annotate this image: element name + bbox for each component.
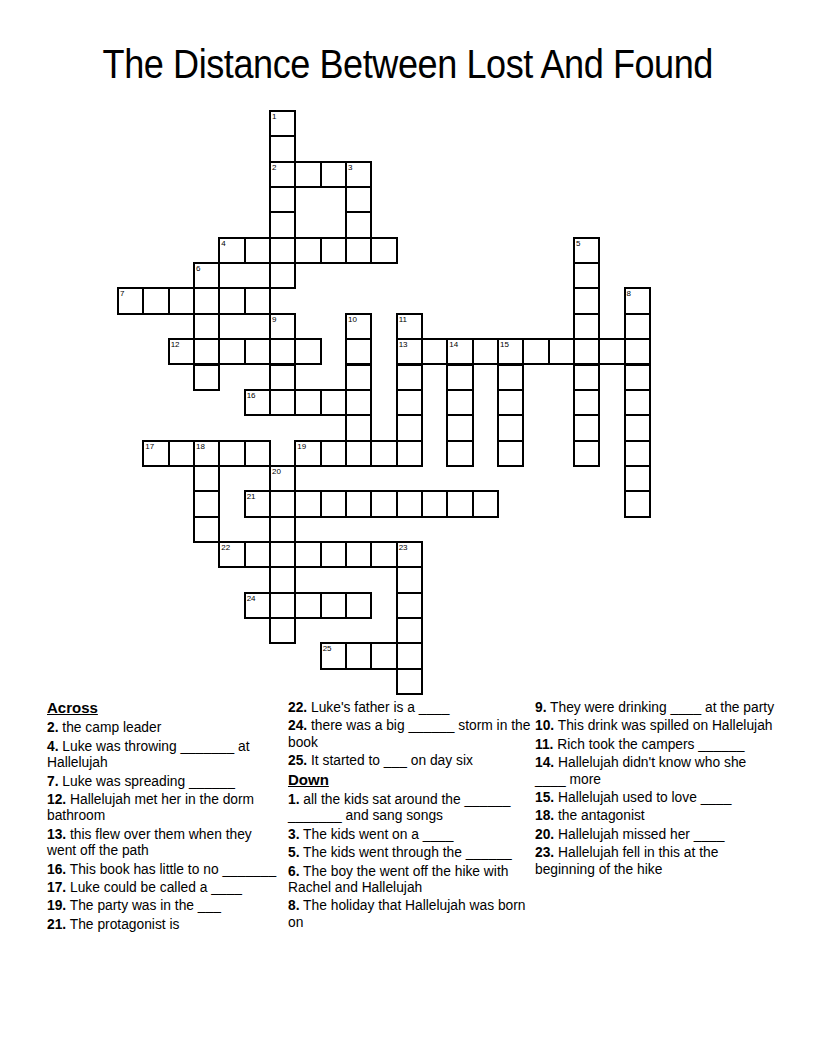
cell-number: 23 — [399, 543, 408, 552]
clue-number: 14. — [535, 755, 554, 770]
grid-cell[interactable] — [370, 490, 397, 517]
grid-cell[interactable] — [294, 338, 321, 365]
grid-cell[interactable] — [269, 566, 296, 593]
grid-cell[interactable]: 10 — [345, 313, 372, 340]
grid-cell[interactable] — [396, 566, 423, 593]
clue-number: 6. — [288, 864, 300, 879]
cell-number: 15 — [500, 340, 509, 349]
grid-cell[interactable] — [218, 338, 245, 365]
grid-cell[interactable] — [244, 237, 271, 264]
grid-cell[interactable] — [598, 338, 625, 365]
clue-item: 25. It started to ___ on day six — [288, 753, 535, 769]
grid-cell[interactable] — [294, 541, 321, 568]
grid-cell[interactable]: 13 — [396, 338, 423, 365]
grid-cell[interactable] — [320, 490, 347, 517]
grid-cell[interactable] — [269, 617, 296, 644]
cell-number: 4 — [221, 239, 225, 248]
clue-number: 15. — [535, 790, 554, 805]
clue-item: 5. The kids went through the ______ — [288, 845, 535, 861]
grid-cell[interactable] — [345, 364, 372, 391]
clue-item: 2. the camp leader — [47, 720, 284, 736]
grid-cell[interactable] — [244, 287, 271, 314]
grid-cell[interactable] — [497, 414, 524, 441]
clue-item: 20. Hallelujah missed her ____ — [535, 827, 778, 843]
grid-cell[interactable] — [472, 338, 499, 365]
clue-item: 7. Luke was spreading ______ — [47, 774, 284, 790]
grid-cell[interactable] — [193, 490, 220, 517]
clue-item: 14. Hallelujah didn't know who she ____ … — [535, 755, 778, 788]
grid-cell[interactable] — [269, 389, 296, 416]
clue-item: 24. there was a big ______ storm in the … — [288, 718, 535, 751]
clue-item: 8. The holiday that Hallelujah was born … — [288, 898, 535, 931]
grid-cell[interactable] — [269, 516, 296, 543]
grid-cell[interactable] — [294, 237, 321, 264]
clue-list-header-down: Down — [288, 772, 535, 788]
grid-cell[interactable] — [446, 440, 473, 467]
cell-number: 14 — [449, 340, 458, 349]
grid-cell[interactable]: 2 — [269, 161, 296, 188]
grid-cell[interactable] — [320, 541, 347, 568]
grid-cell[interactable] — [193, 516, 220, 543]
cell-number: 12 — [171, 340, 180, 349]
grid-cell[interactable]: 23 — [396, 541, 423, 568]
grid-cell[interactable] — [168, 287, 195, 314]
cell-number: 8 — [627, 289, 631, 298]
grid-cell[interactable] — [396, 668, 423, 695]
clue-number: 20. — [535, 827, 554, 842]
clue-number: 18. — [535, 808, 554, 823]
clue-item: 13. this flew over them when they went o… — [47, 827, 284, 860]
clue-number: 7. — [47, 774, 59, 789]
grid-cell[interactable] — [396, 490, 423, 517]
grid-cell[interactable]: 22 — [218, 541, 245, 568]
grid-cell[interactable] — [396, 364, 423, 391]
grid-cell[interactable] — [345, 414, 372, 441]
grid-cell[interactable] — [193, 287, 220, 314]
grid-cell[interactable] — [193, 338, 220, 365]
grid-cell[interactable] — [269, 135, 296, 162]
grid-cell[interactable]: 3 — [345, 161, 372, 188]
grid-cell[interactable]: 16 — [244, 389, 271, 416]
grid-cell[interactable] — [320, 237, 347, 264]
grid-cell[interactable]: 21 — [244, 490, 271, 517]
clue-item: 12. Hallelujah met her in the dorm bathr… — [47, 792, 284, 825]
clue-number: 5. — [288, 845, 300, 860]
grid-cell[interactable] — [573, 364, 600, 391]
grid-cell[interactable] — [446, 490, 473, 517]
clue-number: 4. — [47, 739, 59, 754]
cell-number: 21 — [247, 492, 256, 501]
grid-cell[interactable] — [624, 313, 651, 340]
grid-cell[interactable] — [624, 364, 651, 391]
cell-number: 1 — [272, 112, 276, 121]
clue-number: 1. — [288, 792, 300, 807]
clue-item: 16. This book has little to no _______ — [47, 862, 284, 878]
clue-number: 9. — [535, 700, 547, 715]
grid-cell[interactable] — [624, 440, 651, 467]
grid-cell[interactable] — [142, 287, 169, 314]
clue-item: 19. The party was in the ___ — [47, 898, 284, 914]
cell-number: 24 — [247, 594, 256, 603]
clue-number: 2. — [47, 720, 59, 735]
clue-number: 3. — [288, 827, 300, 842]
clue-item: 4. Luke was throwing _______ at Halleluj… — [47, 739, 284, 772]
grid-cell[interactable] — [573, 313, 600, 340]
grid-cell[interactable] — [421, 490, 448, 517]
grid-cell[interactable] — [548, 338, 575, 365]
grid-cell[interactable] — [396, 617, 423, 644]
clue-number: 11. — [535, 737, 553, 752]
clue-item: 21. The protagonist is — [47, 917, 284, 933]
clue-item: 10. This drink was spilled on Hallelujah — [535, 718, 778, 734]
grid-cell[interactable]: 19 — [294, 440, 321, 467]
clue-number: 12. — [47, 792, 66, 807]
grid-cell[interactable] — [573, 338, 600, 365]
grid-cell[interactable] — [345, 592, 372, 619]
grid-cell[interactable] — [446, 389, 473, 416]
grid-cell[interactable] — [294, 592, 321, 619]
clue-item: 9. They were drinking ____ at the party — [535, 700, 778, 716]
cell-number: 11 — [399, 315, 407, 324]
grid-cell[interactable] — [345, 642, 372, 669]
clue-number: 19. — [47, 898, 66, 913]
grid-cell[interactable] — [168, 440, 195, 467]
grid-cell[interactable] — [573, 262, 600, 289]
grid-cell[interactable] — [269, 490, 296, 517]
grid-cell[interactable] — [370, 440, 397, 467]
clue-item: 23. Hallelujah fell in this at the begin… — [535, 845, 778, 878]
grid-cell[interactable]: 14 — [446, 338, 473, 365]
cell-number: 16 — [247, 391, 256, 400]
grid-cell[interactable] — [497, 364, 524, 391]
clue-number: 17. — [47, 880, 66, 895]
cell-number: 13 — [399, 340, 408, 349]
grid-cell[interactable] — [193, 364, 220, 391]
page-title: The Distance Between Lost And Found — [0, 42, 816, 86]
grid-cell[interactable] — [320, 389, 347, 416]
grid-cell[interactable] — [396, 414, 423, 441]
grid-cell[interactable] — [573, 414, 600, 441]
grid-cell[interactable] — [370, 642, 397, 669]
grid-cell[interactable] — [345, 440, 372, 467]
grid-cell[interactable]: 9 — [269, 313, 296, 340]
grid-cell[interactable] — [269, 186, 296, 213]
grid-cell[interactable] — [573, 389, 600, 416]
grid-cell[interactable] — [370, 541, 397, 568]
cell-number: 6 — [196, 264, 200, 273]
grid-cell[interactable] — [320, 592, 347, 619]
grid-cell[interactable]: 15 — [497, 338, 524, 365]
grid-cell[interactable] — [294, 389, 321, 416]
grid-cell[interactable] — [421, 338, 448, 365]
grid-cell[interactable] — [269, 338, 296, 365]
grid-cell[interactable] — [320, 440, 347, 467]
grid-cell[interactable] — [244, 338, 271, 365]
grid-cell[interactable] — [396, 389, 423, 416]
grid-cell[interactable] — [269, 262, 296, 289]
grid-cell[interactable] — [218, 287, 245, 314]
grid-cell[interactable] — [522, 338, 549, 365]
grid-cell[interactable] — [294, 161, 321, 188]
cell-number: 9 — [272, 315, 276, 324]
grid-cell[interactable] — [345, 186, 372, 213]
grid-cell[interactable] — [624, 465, 651, 492]
clue-number: 10. — [535, 718, 554, 733]
clue-number: 22. — [288, 700, 307, 715]
grid-cell[interactable] — [244, 440, 271, 467]
grid-cell[interactable] — [320, 161, 347, 188]
grid-cell[interactable] — [624, 338, 651, 365]
clue-number: 16. — [47, 862, 66, 877]
grid-cell[interactable] — [472, 490, 499, 517]
cell-number: 5 — [576, 239, 580, 248]
grid-cell[interactable] — [396, 642, 423, 669]
grid-cell[interactable] — [345, 211, 372, 238]
cell-number: 3 — [348, 163, 352, 172]
grid-cell[interactable] — [396, 592, 423, 619]
clue-number: 23. — [535, 845, 554, 860]
clue-item: 22. Luke's father is a ____ — [288, 700, 535, 716]
grid-cell[interactable] — [193, 465, 220, 492]
grid-cell[interactable]: 8 — [624, 287, 651, 314]
grid-cell[interactable] — [573, 440, 600, 467]
cell-number: 19 — [297, 442, 306, 451]
clue-item: 3. The kids went on a ____ — [288, 827, 535, 843]
cell-number: 10 — [348, 315, 357, 324]
grid-cell[interactable]: 4 — [218, 237, 245, 264]
grid-cell[interactable] — [345, 389, 372, 416]
cell-number: 7 — [120, 289, 124, 298]
grid-cell[interactable] — [446, 414, 473, 441]
clue-item: 15. Hallelujah used to love ____ — [535, 790, 778, 806]
cell-number: 25 — [323, 644, 332, 653]
clue-column-middle: 22. Luke's father is a ____24. there was… — [288, 700, 535, 933]
clue-number: 8. — [288, 898, 300, 913]
grid-cell[interactable] — [244, 541, 271, 568]
clue-item: 17. Luke could be called a ____ — [47, 880, 284, 896]
grid-cell[interactable] — [497, 389, 524, 416]
clue-number: 21. — [47, 917, 66, 932]
grid-cell[interactable] — [624, 490, 651, 517]
clue-number: 13. — [47, 827, 66, 842]
cell-number: 18 — [196, 442, 205, 451]
grid-cell[interactable]: 6 — [193, 262, 220, 289]
clue-column-across: Across2. the camp leader4. Luke was thro… — [47, 700, 284, 935]
grid-cell[interactable] — [446, 364, 473, 391]
grid-cell[interactable] — [269, 211, 296, 238]
clue-number: 25. — [288, 753, 307, 768]
cell-number: 17 — [145, 442, 154, 451]
clue-list-header-across: Across — [47, 700, 284, 716]
grid-cell[interactable] — [624, 414, 651, 441]
grid-cell[interactable] — [269, 592, 296, 619]
grid-cell[interactable]: 11 — [396, 313, 423, 340]
grid-cell[interactable]: 25 — [320, 642, 347, 669]
grid-cell[interactable] — [294, 490, 321, 517]
grid-cell[interactable] — [193, 313, 220, 340]
grid-cell[interactable]: 1 — [269, 110, 296, 137]
clue-item: 11. Rich took the campers ______ — [535, 737, 778, 753]
grid-cell[interactable] — [497, 440, 524, 467]
cell-number: 20 — [272, 467, 281, 476]
clue-item: 1. all the kids sat around the ______ __… — [288, 792, 535, 825]
grid-cell[interactable] — [370, 237, 397, 264]
clue-number: 24. — [288, 718, 307, 733]
grid-cell[interactable]: 17 — [142, 440, 169, 467]
grid-cell[interactable]: 12 — [168, 338, 195, 365]
grid-cell[interactable] — [345, 541, 372, 568]
cell-number: 2 — [272, 163, 276, 172]
grid-cell[interactable]: 18 — [193, 440, 220, 467]
grid-cell[interactable]: 20 — [269, 465, 296, 492]
grid-cell[interactable] — [269, 541, 296, 568]
grid-cell[interactable]: 24 — [244, 592, 271, 619]
clue-item: 6. The boy the went off the hike with Ra… — [288, 864, 535, 897]
puzzle-title-text: The Distance Between Lost And Found — [103, 42, 713, 86]
grid-cell[interactable] — [269, 237, 296, 264]
grid-cell[interactable] — [396, 440, 423, 467]
grid-cell[interactable] — [345, 490, 372, 517]
clue-column-down: 9. They were drinking ____ at the party1… — [535, 700, 778, 880]
grid-cell[interactable] — [345, 237, 372, 264]
grid-cell[interactable] — [624, 389, 651, 416]
grid-cell[interactable] — [345, 338, 372, 365]
grid-cell[interactable] — [218, 440, 245, 467]
grid-cell[interactable] — [269, 364, 296, 391]
grid-cell[interactable] — [573, 287, 600, 314]
clue-item: 18. the antagonist — [535, 808, 778, 824]
grid-cell[interactable]: 7 — [117, 287, 144, 314]
crossword-grid: 1234567891011121314151617181920212223242… — [117, 110, 651, 695]
grid-cell[interactable]: 5 — [573, 237, 600, 264]
cell-number: 22 — [221, 543, 230, 552]
